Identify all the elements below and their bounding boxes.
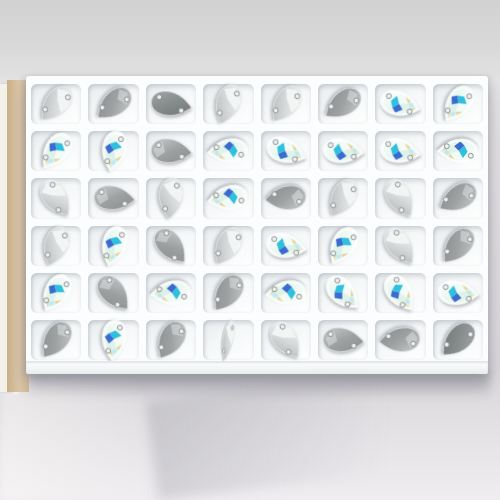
tray-cell-r1c2 bbox=[88, 84, 138, 124]
tray-cell-r3c8 bbox=[433, 178, 483, 218]
tray-cell-r4c7 bbox=[375, 226, 425, 266]
tray-cell-r1c1 bbox=[31, 84, 81, 124]
tray-cell-r4c5 bbox=[261, 226, 311, 266]
crystal-ab-stone bbox=[259, 226, 312, 266]
tray-cell-r5c5 bbox=[261, 273, 311, 313]
tray-cell-r6c5 bbox=[261, 320, 311, 360]
tray-grid bbox=[31, 84, 483, 360]
silver-flat-piece bbox=[205, 76, 251, 132]
crystal-ab-stone bbox=[203, 133, 254, 169]
silver-flat-piece bbox=[85, 76, 142, 131]
tray-cell-r2c5 bbox=[261, 131, 311, 171]
tray-cell-r3c2 bbox=[88, 178, 138, 218]
tray-front-rim bbox=[26, 361, 488, 374]
tray-cell-r6c6 bbox=[318, 320, 368, 360]
silver-flat-piece bbox=[318, 322, 369, 358]
tray bbox=[26, 76, 488, 374]
tray-cell-r2c3 bbox=[146, 131, 196, 171]
light-reflection bbox=[0, 380, 220, 500]
crystal-ab-stone bbox=[146, 275, 197, 311]
tray-cell-r1c3 bbox=[146, 84, 196, 124]
photo-scene bbox=[0, 0, 500, 500]
tray-cell-r1c6 bbox=[318, 84, 368, 124]
tray-cell-r3c3 bbox=[146, 178, 196, 218]
silver-flat-piece bbox=[201, 264, 255, 322]
tray-cell-r5c8 bbox=[433, 273, 483, 313]
tray-cell-r4c4 bbox=[203, 226, 253, 266]
tray-cell-r4c1 bbox=[31, 226, 81, 266]
crystal-ab-stone bbox=[258, 128, 314, 174]
silver-flat-piece bbox=[430, 217, 485, 274]
silver-flat-piece bbox=[259, 75, 313, 133]
tray-cell-r6c7 bbox=[375, 320, 425, 360]
tray-cell-r6c1 bbox=[31, 320, 81, 360]
tray-cell-r1c8 bbox=[433, 84, 483, 124]
crystal-ab-stone bbox=[431, 75, 485, 133]
tray-cell-r2c2 bbox=[88, 131, 138, 171]
silver-flat-piece bbox=[430, 312, 487, 369]
crystal-ab-stone bbox=[373, 82, 428, 125]
tray-cell-r6c8 bbox=[433, 320, 483, 360]
crystal-ab-stone bbox=[315, 264, 372, 321]
silver-flat-piece bbox=[145, 84, 198, 124]
tray-cell-r5c1 bbox=[31, 273, 81, 313]
silver-flat-piece bbox=[429, 173, 487, 225]
tray-cell-r3c4 bbox=[203, 178, 253, 218]
tray-cell-r6c3 bbox=[146, 320, 196, 360]
tray-cell-r5c7 bbox=[375, 273, 425, 313]
tray-cell-r1c4 bbox=[203, 84, 253, 124]
tray-cell-r4c3 bbox=[146, 226, 196, 266]
tray-cell-r1c5 bbox=[261, 84, 311, 124]
crystal-ab-stone bbox=[374, 131, 427, 171]
crystal-ab-stone bbox=[94, 125, 134, 178]
tray-cell-r4c6 bbox=[318, 226, 368, 266]
tray-cell-r5c3 bbox=[146, 273, 196, 313]
tray-cell-r6c4 bbox=[203, 320, 253, 360]
silver-flat-piece bbox=[146, 133, 197, 169]
silver-flat-piece bbox=[217, 315, 240, 365]
crystal-ab-stone bbox=[317, 217, 369, 275]
tray-cell-r5c4 bbox=[203, 273, 253, 313]
silver-flat-piece bbox=[29, 170, 83, 228]
tray-cell-r5c6 bbox=[318, 273, 368, 313]
tray-cell-r2c7 bbox=[375, 131, 425, 171]
silver-flat-piece bbox=[153, 173, 189, 224]
silver-flat-piece bbox=[143, 217, 198, 274]
silver-flat-piece bbox=[314, 77, 372, 131]
tray-cell-r4c8 bbox=[433, 226, 483, 266]
tray-cell-r2c6 bbox=[318, 131, 368, 171]
tray-cell-r3c7 bbox=[375, 178, 425, 218]
crystal-ab-stone bbox=[318, 133, 369, 169]
crystal-ab-stone bbox=[92, 218, 135, 273]
tray-cell-r3c1 bbox=[31, 178, 81, 218]
tray-cell-r3c6 bbox=[318, 178, 368, 218]
silver-flat-piece bbox=[375, 322, 426, 358]
silver-flat-piece bbox=[260, 180, 311, 216]
silver-flat-piece bbox=[86, 264, 141, 321]
tray-cell-r2c1 bbox=[31, 131, 81, 171]
crystal-ab-stone bbox=[434, 135, 482, 167]
crystal-ab-stone bbox=[202, 178, 255, 218]
tray-cell-r1c7 bbox=[375, 84, 425, 124]
tray-cell-r3c5 bbox=[261, 178, 311, 218]
crystal-ab-stone bbox=[433, 275, 484, 311]
tray-cell-r2c8 bbox=[433, 131, 483, 171]
silver-flat-piece bbox=[88, 180, 139, 216]
crystal-ab-stone bbox=[96, 315, 132, 366]
tray-cell-r4c2 bbox=[88, 226, 138, 266]
tray-cell-r2c4 bbox=[203, 131, 253, 171]
crystal-ab-stone bbox=[374, 264, 428, 322]
tray-cell-r5c2 bbox=[88, 273, 138, 313]
crystal-ab-stone bbox=[260, 275, 311, 311]
tray-cell-r6c2 bbox=[88, 320, 138, 360]
